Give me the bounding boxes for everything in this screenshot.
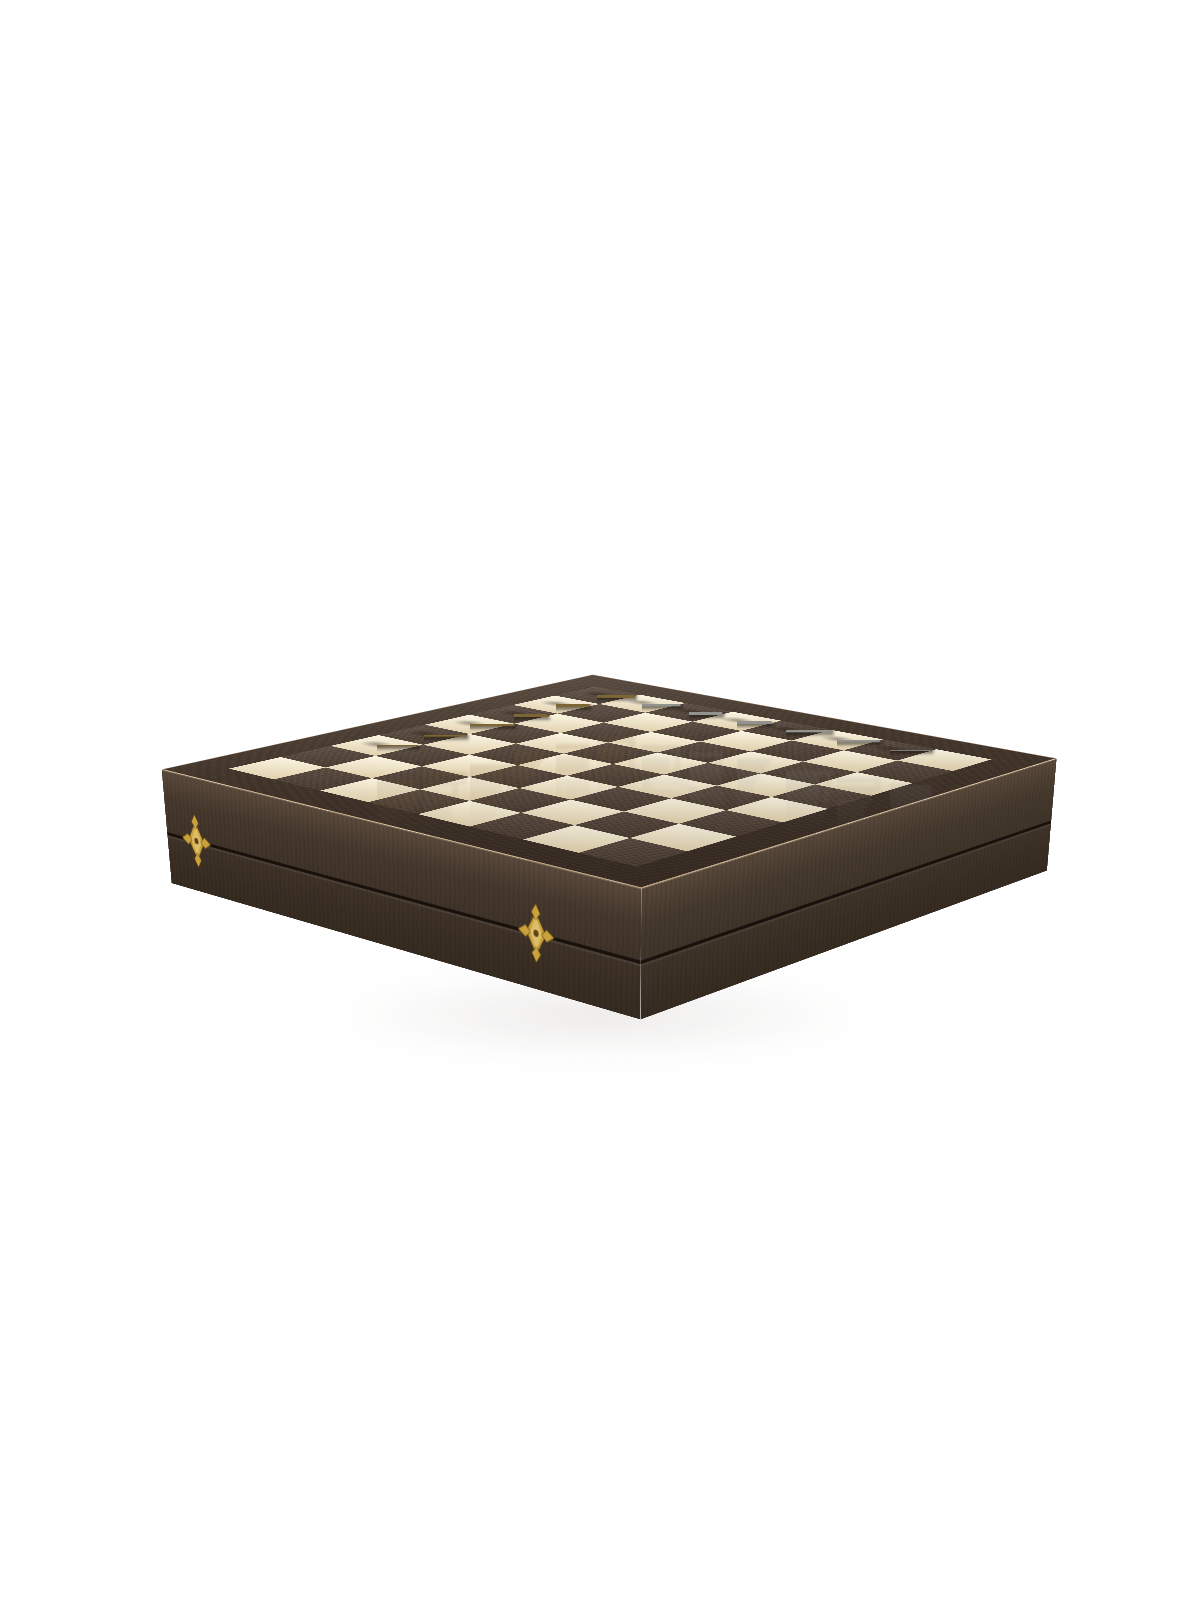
chess-case: ♟♟♜♜♞♞♝♝♛♛♚♚♚♚♛♛♝♝♞♞♜♜♟♟ <box>171 774 1047 1020</box>
latch-ornament <box>517 899 554 968</box>
latch-ornament <box>180 810 213 871</box>
chess-case-scene: ♟♟♜♜♞♞♝♝♛♛♚♚♚♚♛♛♝♝♞♞♜♜♟♟ <box>0 0 1200 1600</box>
brass-latch-right <box>511 896 561 971</box>
brass-latch-left <box>175 808 218 874</box>
product-photo-canvas: { "game": "chess", "scene": { "type": "p… <box>0 0 1200 1600</box>
